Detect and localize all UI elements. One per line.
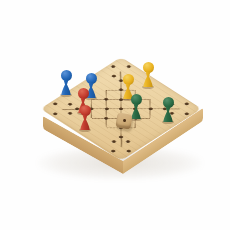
board-hole xyxy=(111,74,117,78)
board-hole xyxy=(111,140,117,144)
die-pip xyxy=(122,119,125,122)
peg-green-2[interactable] xyxy=(161,97,175,122)
board-hole xyxy=(184,112,190,116)
board-hole xyxy=(52,102,58,106)
peg-blue-1[interactable] xyxy=(59,70,73,95)
board-hole xyxy=(111,149,117,153)
peg-red-2[interactable] xyxy=(78,105,92,130)
board-hole xyxy=(67,102,73,106)
product-photo-ludo-game xyxy=(0,0,230,230)
peg-yellow-2[interactable] xyxy=(141,62,155,87)
board-hole xyxy=(125,140,131,144)
board-hole xyxy=(125,65,131,69)
board-hole xyxy=(125,149,131,153)
board-hole xyxy=(118,135,124,139)
board-hole xyxy=(184,102,190,106)
board-hole xyxy=(52,112,58,116)
board-hole xyxy=(111,65,117,69)
wooden-die[interactable] xyxy=(115,112,132,129)
board-hole xyxy=(67,112,73,116)
